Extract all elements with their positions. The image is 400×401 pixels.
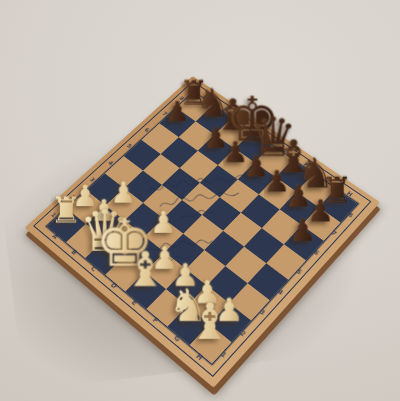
file-label-bottom-G: G xyxy=(172,333,182,343)
rank-label-left-4: 4 xyxy=(107,159,115,166)
black-pawn-h6[interactable]: ♟ xyxy=(289,215,317,246)
board-grid: ♜♞♝♚♛♝♞♜♟♟♟♟♟♟♟♟♟♟♟♟♟♟♟♟♜♛♚♝♞♝ xyxy=(47,92,357,363)
white-bishop-h1[interactable]: ♝ xyxy=(187,297,232,347)
black-pawn-a7[interactable]: ♟ xyxy=(164,98,189,126)
photo-stage: ♜♞♝♚♛♝♞♜♟♟♟♟♟♟♟♟♟♟♟♟♟♟♟♟♜♛♚♝♞♝ 88AA77BB6… xyxy=(0,0,400,401)
file-label-bottom-D: D xyxy=(109,281,119,290)
square-f5[interactable] xyxy=(223,212,262,246)
white-bishop-e1[interactable]: ♝ xyxy=(123,246,166,294)
file-label-bottom-B: B xyxy=(70,248,79,256)
coordinate-frame: ♜♞♝♚♛♝♞♜♟♟♟♟♟♟♟♟♟♟♟♟♟♟♟♟♜♛♚♝♞♝ 88AA77BB6… xyxy=(33,81,371,377)
white-rook-a1[interactable]: ♜ xyxy=(50,193,82,229)
wooden-chessboard: ♜♞♝♚♛♝♞♜♟♟♟♟♟♟♟♟♟♟♟♟♟♟♟♟♜♛♚♝♞♝ 88AA77BB6… xyxy=(25,76,380,388)
chessboard-scene: ♜♞♝♚♛♝♞♜♟♟♟♟♟♟♟♟♟♟♟♟♟♟♟♟♜♛♚♝♞♝ 88AA77BB6… xyxy=(76,89,328,341)
